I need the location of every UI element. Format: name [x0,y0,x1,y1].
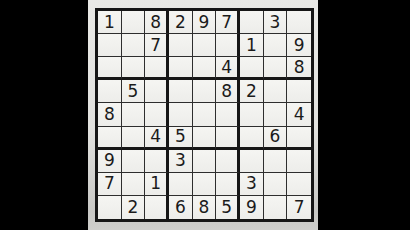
cell-r4c2: 5 [122,80,146,103]
letterbox-left [0,0,88,230]
cell-r3c6: 4 [216,57,240,80]
cell-r9c4: 6 [169,196,193,219]
cell-r6c9 [287,127,311,150]
cell-r2c3: 7 [145,34,169,57]
cell-r5c4 [169,103,193,126]
cell-r6c7 [240,127,264,150]
cell-r9c6: 5 [216,196,240,219]
cell-r5c8 [264,103,288,126]
cell-r7c4: 3 [169,150,193,173]
cell-r6c5 [193,127,217,150]
cell-r3c4 [169,57,193,80]
cell-r3c2 [122,57,146,80]
cell-r4c4 [169,80,193,103]
cell-r9c5: 8 [193,196,217,219]
cell-r6c2 [122,127,146,150]
cell-r9c1 [98,196,122,219]
cell-r1c9 [287,11,311,34]
cell-r5c5 [193,103,217,126]
cell-r1c3: 8 [145,11,169,34]
cell-r9c2: 2 [122,196,146,219]
cell-r8c1: 7 [98,173,122,196]
cell-r1c2 [122,11,146,34]
cell-r6c3: 4 [145,127,169,150]
cell-r2c6 [216,34,240,57]
cell-r4c1 [98,80,122,103]
cell-r5c9: 4 [287,103,311,126]
cell-r1c7 [240,11,264,34]
cell-r3c9: 8 [287,57,311,80]
cell-r8c9 [287,173,311,196]
cell-r9c9: 7 [287,196,311,219]
cell-r2c2 [122,34,146,57]
cell-r5c6 [216,103,240,126]
cell-r8c5 [193,173,217,196]
cell-r8c6 [216,173,240,196]
cell-r8c3: 1 [145,173,169,196]
cell-r8c4 [169,173,193,196]
cell-r3c5 [193,57,217,80]
cell-r6c4: 5 [169,127,193,150]
cell-r5c2 [122,103,146,126]
cell-r1c8: 3 [264,11,288,34]
cell-r3c3 [145,57,169,80]
cell-r4c8 [264,80,288,103]
cell-r2c4 [169,34,193,57]
cell-r3c8 [264,57,288,80]
cell-r7c9 [287,150,311,173]
letterbox-right [318,0,410,230]
cell-r4c9 [287,80,311,103]
cell-r5c7 [240,103,264,126]
cell-r8c8 [264,173,288,196]
cell-r9c7: 9 [240,196,264,219]
cell-r7c5 [193,150,217,173]
puzzle-paper: 182973719485828445693713268597 [88,0,318,230]
cell-r4c3 [145,80,169,103]
cell-r1c5: 9 [193,11,217,34]
cell-r8c7: 3 [240,173,264,196]
cell-r7c3 [145,150,169,173]
cell-r4c7: 2 [240,80,264,103]
cell-r2c9: 9 [287,34,311,57]
cell-r4c6: 8 [216,80,240,103]
cell-r6c8: 6 [264,127,288,150]
cell-r8c2 [122,173,146,196]
cell-r7c2 [122,150,146,173]
cell-r9c3 [145,196,169,219]
cell-r3c7 [240,57,264,80]
cell-r3c1 [98,57,122,80]
cell-r5c1: 8 [98,103,122,126]
cell-r2c5 [193,34,217,57]
sudoku-grid: 182973719485828445693713268597 [95,8,314,222]
cell-r1c6: 7 [216,11,240,34]
cell-r7c6 [216,150,240,173]
cell-r6c6 [216,127,240,150]
cell-r2c8 [264,34,288,57]
cell-r1c1: 1 [98,11,122,34]
cell-r7c7 [240,150,264,173]
cell-r7c1: 9 [98,150,122,173]
cell-r4c5 [193,80,217,103]
cell-r9c8 [264,196,288,219]
cell-r5c3 [145,103,169,126]
cell-r2c7: 1 [240,34,264,57]
cell-r6c1 [98,127,122,150]
cell-r1c4: 2 [169,11,193,34]
cell-r2c1 [98,34,122,57]
cell-r7c8 [264,150,288,173]
